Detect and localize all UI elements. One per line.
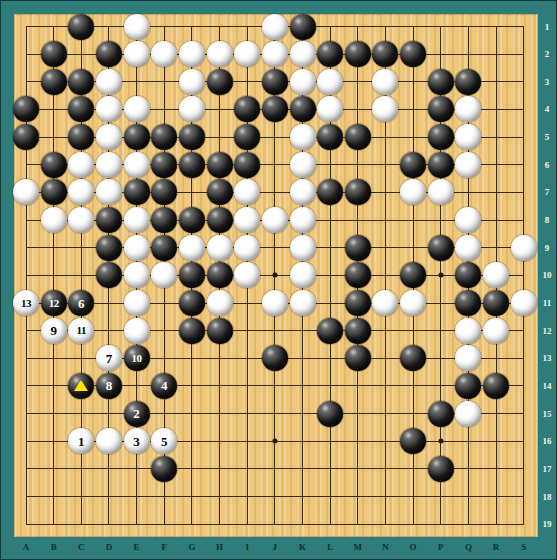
stone-C11[interactable]: 6 (68, 290, 94, 316)
stone-P9[interactable] (428, 235, 454, 261)
row-label-2: 2 (545, 49, 550, 59)
stone-D4[interactable] (96, 96, 122, 122)
stone-O6[interactable] (400, 152, 426, 178)
stone-J13[interactable] (262, 345, 288, 371)
stone-P4[interactable] (428, 96, 454, 122)
stone-E13[interactable]: 10 (124, 345, 150, 371)
stone-D9[interactable] (96, 235, 122, 261)
row-label-11: 11 (543, 298, 552, 308)
stone-Q15[interactable] (455, 401, 481, 427)
stone-G2[interactable] (179, 41, 205, 67)
row-label-19: 19 (543, 519, 552, 529)
stone-G6[interactable] (179, 152, 205, 178)
stone-R12[interactable] (483, 318, 509, 344)
stone-D10[interactable] (96, 262, 122, 288)
stone-K5[interactable] (290, 124, 316, 150)
stone-O2[interactable] (400, 41, 426, 67)
stone-A4[interactable] (13, 96, 39, 122)
move-number-label: 8 (106, 379, 113, 392)
stone-E15[interactable]: 2 (124, 401, 150, 427)
hoshi-point-J10 (272, 273, 277, 278)
move-number-label: 13 (21, 298, 31, 309)
stone-C6[interactable] (68, 152, 94, 178)
stone-I2[interactable] (234, 41, 260, 67)
col-label-S: S (521, 542, 526, 552)
stone-M12[interactable] (345, 318, 371, 344)
stone-R14[interactable] (483, 373, 509, 399)
row-label-12: 12 (543, 326, 552, 336)
grid-line-horizontal (26, 524, 525, 525)
stone-K1[interactable] (290, 14, 316, 40)
stone-E10[interactable] (124, 262, 150, 288)
stone-L4[interactable] (317, 96, 343, 122)
stone-J4[interactable] (262, 96, 288, 122)
col-label-M: M (354, 542, 363, 552)
stone-Q13[interactable] (455, 345, 481, 371)
stone-L2[interactable] (317, 41, 343, 67)
stone-H3[interactable] (207, 69, 233, 95)
stone-Q4[interactable] (455, 96, 481, 122)
stone-S9[interactable] (511, 235, 537, 261)
stone-G5[interactable] (179, 124, 205, 150)
stone-K10[interactable] (290, 262, 316, 288)
stone-P5[interactable] (428, 124, 454, 150)
stone-E6[interactable] (124, 152, 150, 178)
row-label-16: 16 (543, 436, 552, 446)
col-label-P: P (438, 542, 444, 552)
grid-line-horizontal (26, 496, 525, 497)
stone-E9[interactable] (124, 235, 150, 261)
stone-J3[interactable] (262, 69, 288, 95)
stone-N3[interactable] (372, 69, 398, 95)
stone-M2[interactable] (345, 41, 371, 67)
col-label-L: L (327, 542, 333, 552)
stone-D14[interactable]: 8 (96, 373, 122, 399)
stone-N11[interactable] (372, 290, 398, 316)
col-label-A: A (23, 542, 30, 552)
col-label-R: R (493, 542, 500, 552)
stone-F9[interactable] (151, 235, 177, 261)
stone-M11[interactable] (345, 290, 371, 316)
move-number-label: 11 (77, 325, 86, 336)
stone-K3[interactable] (290, 69, 316, 95)
stone-Q6[interactable] (455, 152, 481, 178)
stone-Q11[interactable] (455, 290, 481, 316)
stone-G3[interactable] (179, 69, 205, 95)
stone-F2[interactable] (151, 41, 177, 67)
col-label-D: D (106, 542, 113, 552)
stone-C3[interactable] (68, 69, 94, 95)
stone-P3[interactable] (428, 69, 454, 95)
triangle-marker-icon (74, 380, 88, 391)
stone-O11[interactable] (400, 290, 426, 316)
grid-line-vertical (523, 26, 524, 525)
stone-L5[interactable] (317, 124, 343, 150)
stone-Q9[interactable] (455, 235, 481, 261)
row-label-6: 6 (545, 160, 550, 170)
col-label-O: O (410, 542, 417, 552)
move-number-label: 10 (132, 353, 142, 364)
grid-line-horizontal (26, 330, 525, 331)
stone-D3[interactable] (96, 69, 122, 95)
stone-B11[interactable]: 12 (41, 290, 67, 316)
stone-G12[interactable] (179, 318, 205, 344)
stone-K2[interactable] (290, 41, 316, 67)
stone-D5[interactable] (96, 124, 122, 150)
stone-B7[interactable] (41, 179, 67, 205)
hoshi-point-J16 (272, 439, 277, 444)
stone-G10[interactable] (179, 262, 205, 288)
stone-H7[interactable] (207, 179, 233, 205)
stone-E1[interactable] (124, 14, 150, 40)
row-label-9: 9 (545, 243, 550, 253)
stone-D6[interactable] (96, 152, 122, 178)
stone-C4[interactable] (68, 96, 94, 122)
stone-C8[interactable] (68, 207, 94, 233)
stone-I6[interactable] (234, 152, 260, 178)
col-label-B: B (51, 542, 57, 552)
stone-I4[interactable] (234, 96, 260, 122)
stone-G8[interactable] (179, 207, 205, 233)
col-label-I: I (245, 542, 249, 552)
stone-L15[interactable] (317, 401, 343, 427)
hoshi-point-P16 (438, 439, 443, 444)
stone-M13[interactable] (345, 345, 371, 371)
stone-F14[interactable]: 4 (151, 373, 177, 399)
stone-N4[interactable] (372, 96, 398, 122)
stone-K6[interactable] (290, 152, 316, 178)
move-number-label: 1 (78, 435, 85, 448)
stone-Q14[interactable] (455, 373, 481, 399)
stone-Q10[interactable] (455, 262, 481, 288)
stone-M10[interactable] (345, 262, 371, 288)
stone-E2[interactable] (124, 41, 150, 67)
move-number-label: 9 (50, 324, 57, 337)
stone-C1[interactable] (68, 14, 94, 40)
col-label-G: G (188, 542, 195, 552)
go-diagram: 13126911710842135 ABCDEFGHIJKLMNOPQRS 12… (0, 0, 557, 560)
col-label-N: N (382, 542, 389, 552)
row-label-10: 10 (543, 270, 552, 280)
stone-H6[interactable] (207, 152, 233, 178)
stone-R11[interactable] (483, 290, 509, 316)
col-label-H: H (216, 542, 223, 552)
move-number-label: 2 (133, 407, 140, 420)
stone-K7[interactable] (290, 179, 316, 205)
stone-C12[interactable]: 11 (68, 318, 94, 344)
stone-E12[interactable] (124, 318, 150, 344)
hoshi-point-P10 (438, 273, 443, 278)
stone-G11[interactable] (179, 290, 205, 316)
stone-H12[interactable] (207, 318, 233, 344)
stone-D13[interactable]: 7 (96, 345, 122, 371)
stone-L12[interactable] (317, 318, 343, 344)
row-label-5: 5 (545, 132, 550, 142)
col-label-C: C (78, 542, 85, 552)
stone-D16[interactable] (96, 428, 122, 454)
stone-J2[interactable] (262, 41, 288, 67)
stone-C16[interactable]: 1 (68, 428, 94, 454)
stone-A11[interactable]: 13 (13, 290, 39, 316)
stone-H10[interactable] (207, 262, 233, 288)
stone-J1[interactable] (262, 14, 288, 40)
stone-M5[interactable] (345, 124, 371, 150)
stone-B3[interactable] (41, 69, 67, 95)
stone-G9[interactable] (179, 235, 205, 261)
stone-E5[interactable] (124, 124, 150, 150)
stone-G4[interactable] (179, 96, 205, 122)
row-label-18: 18 (543, 492, 552, 502)
stone-D8[interactable] (96, 207, 122, 233)
stone-F17[interactable] (151, 456, 177, 482)
stone-Q5[interactable] (455, 124, 481, 150)
col-label-J: J (273, 542, 278, 552)
stone-E11[interactable] (124, 290, 150, 316)
stone-D7[interactable] (96, 179, 122, 205)
stone-E16[interactable]: 3 (124, 428, 150, 454)
move-number-label: 12 (49, 298, 59, 309)
col-label-E: E (134, 542, 140, 552)
row-label-17: 17 (543, 464, 552, 474)
col-label-F: F (162, 542, 168, 552)
stone-P17[interactable] (428, 456, 454, 482)
stone-R10[interactable] (483, 262, 509, 288)
move-number-label: 7 (106, 352, 113, 365)
stone-H9[interactable] (207, 235, 233, 261)
stone-F7[interactable] (151, 179, 177, 205)
row-label-14: 14 (543, 381, 552, 391)
stone-E4[interactable] (124, 96, 150, 122)
stone-C14[interactable] (68, 373, 94, 399)
stone-K8[interactable] (290, 207, 316, 233)
stone-P15[interactable] (428, 401, 454, 427)
stone-M9[interactable] (345, 235, 371, 261)
stone-I9[interactable] (234, 235, 260, 261)
stone-E7[interactable] (124, 179, 150, 205)
stone-A7[interactable] (13, 179, 39, 205)
stone-F5[interactable] (151, 124, 177, 150)
stone-I5[interactable] (234, 124, 260, 150)
stone-A5[interactable] (13, 124, 39, 150)
stone-I10[interactable] (234, 262, 260, 288)
stone-Q3[interactable] (455, 69, 481, 95)
stone-C5[interactable] (68, 124, 94, 150)
stone-Q8[interactable] (455, 207, 481, 233)
stone-F16[interactable]: 5 (151, 428, 177, 454)
row-label-4: 4 (545, 104, 550, 114)
stone-M7[interactable] (345, 179, 371, 205)
stone-S11[interactable] (511, 290, 537, 316)
stone-I7[interactable] (234, 179, 260, 205)
stone-C7[interactable] (68, 179, 94, 205)
row-label-1: 1 (545, 22, 550, 32)
stone-D2[interactable] (96, 41, 122, 67)
row-label-3: 3 (545, 77, 550, 87)
row-label-7: 7 (545, 187, 550, 197)
stone-H8[interactable] (207, 207, 233, 233)
stone-J11[interactable] (262, 290, 288, 316)
stone-P7[interactable] (428, 179, 454, 205)
stone-K4[interactable] (290, 96, 316, 122)
row-label-8: 8 (545, 215, 550, 225)
stone-O16[interactable] (400, 428, 426, 454)
stone-Q12[interactable] (455, 318, 481, 344)
stone-B6[interactable] (41, 152, 67, 178)
stone-F6[interactable] (151, 152, 177, 178)
col-label-K: K (299, 542, 306, 552)
stone-B12[interactable]: 9 (41, 318, 67, 344)
stone-O10[interactable] (400, 262, 426, 288)
stone-O13[interactable] (400, 345, 426, 371)
move-number-label: 4 (161, 379, 168, 392)
stone-B8[interactable] (41, 207, 67, 233)
stone-L7[interactable] (317, 179, 343, 205)
stone-E8[interactable] (124, 207, 150, 233)
row-label-15: 15 (543, 409, 552, 419)
stone-H11[interactable] (207, 290, 233, 316)
stone-P6[interactable] (428, 152, 454, 178)
col-label-Q: Q (465, 542, 472, 552)
stone-F8[interactable] (151, 207, 177, 233)
stone-B2[interactable] (41, 41, 67, 67)
move-number-label: 6 (78, 297, 85, 310)
move-number-label: 5 (161, 435, 168, 448)
move-number-label: 3 (133, 435, 140, 448)
stone-I8[interactable] (234, 207, 260, 233)
stone-K9[interactable] (290, 235, 316, 261)
stone-H2[interactable] (207, 41, 233, 67)
stone-N2[interactable] (372, 41, 398, 67)
stone-O7[interactable] (400, 179, 426, 205)
stone-K11[interactable] (290, 290, 316, 316)
row-label-13: 13 (543, 353, 552, 363)
stone-J8[interactable] (262, 207, 288, 233)
stone-L3[interactable] (317, 69, 343, 95)
stone-F10[interactable] (151, 262, 177, 288)
